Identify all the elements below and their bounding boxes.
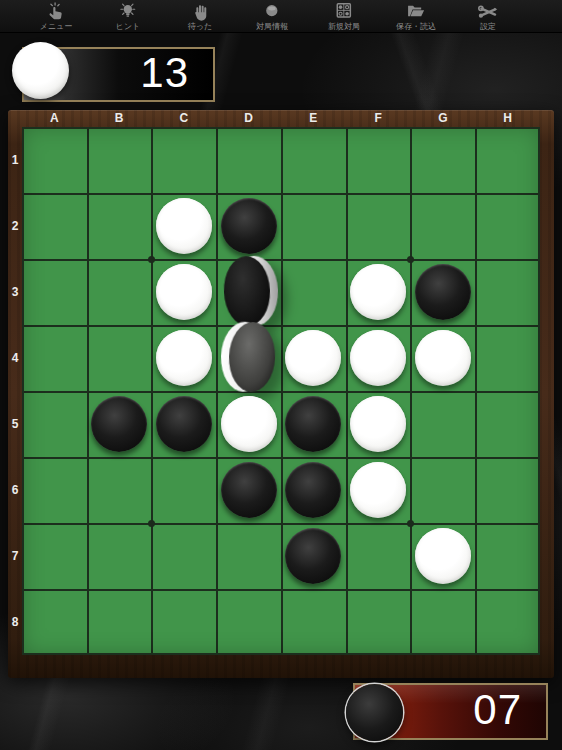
cell-B7[interactable] [87, 523, 152, 589]
cell-B6[interactable] [87, 457, 152, 523]
column-label-E: E [281, 111, 346, 125]
board-column-labels: ABCDEFGH [8, 110, 554, 127]
board-frame: ABCDEFGH 12345678 [8, 110, 554, 678]
row-label-6: 6 [8, 457, 22, 523]
cell-E6[interactable] [281, 457, 346, 523]
toolbar-button-new-game[interactable]: 新規対局 [308, 0, 380, 33]
black-score-panel: 07 [353, 683, 548, 740]
cell-A6[interactable] [22, 457, 87, 523]
mini-board-icon [332, 2, 356, 22]
cell-B4[interactable] [87, 325, 152, 391]
cell-H2[interactable] [475, 193, 540, 259]
toolbar-label-settings: 設定 [480, 22, 496, 31]
toolbar-label-new-game: 新規対局 [328, 22, 360, 31]
cell-A8[interactable] [22, 589, 87, 655]
toolbar-button-hint[interactable]: ヒント [92, 0, 164, 33]
cell-F4[interactable] [346, 325, 411, 391]
cell-A2[interactable] [22, 193, 87, 259]
column-label-A: A [22, 111, 87, 125]
column-label-F: F [346, 111, 411, 125]
toolbar-label-hint: ヒント [116, 22, 141, 31]
cell-E5[interactable] [281, 391, 346, 457]
cell-B8[interactable] [87, 589, 152, 655]
toolbar-button-menu[interactable]: メニュー [20, 0, 92, 33]
cell-A4[interactable] [22, 325, 87, 391]
cell-B3[interactable] [87, 259, 152, 325]
white-score-panel: 13 [22, 47, 215, 102]
cell-H3[interactable] [475, 259, 540, 325]
cell-A1[interactable] [22, 127, 87, 193]
cell-A5[interactable] [22, 391, 87, 457]
toolbar-label-game-info: 対局情報 [256, 22, 288, 31]
cell-F2[interactable] [346, 193, 411, 259]
toolbar-button-undo[interactable]: 待った [164, 0, 236, 33]
cell-F3[interactable] [346, 259, 411, 325]
cell-E1[interactable] [281, 127, 346, 193]
cell-E7[interactable] [281, 523, 346, 589]
cell-C3[interactable] [152, 259, 217, 325]
cell-C2[interactable] [152, 193, 217, 259]
toolbar-label-undo: 待った [188, 22, 212, 31]
cell-D8[interactable] [216, 589, 281, 655]
cell-F1[interactable] [346, 127, 411, 193]
board [22, 127, 540, 655]
black-score: 07 [473, 686, 522, 734]
cell-F8[interactable] [346, 589, 411, 655]
cell-D6[interactable] [216, 457, 281, 523]
board-cells [22, 127, 540, 655]
cell-D1[interactable] [216, 127, 281, 193]
cell-B5[interactable] [87, 391, 152, 457]
row-label-3: 3 [8, 259, 22, 325]
cell-E4[interactable] [281, 325, 346, 391]
board-row-labels: 12345678 [8, 110, 22, 678]
toolbar-button-settings[interactable]: 設定 [452, 0, 524, 33]
cell-A3[interactable] [22, 259, 87, 325]
cell-G1[interactable] [411, 127, 476, 193]
column-label-H: H [475, 111, 540, 125]
toolbar: メニュー ヒント 待った 対局情報 [0, 0, 562, 33]
lightbulb-icon [116, 2, 140, 22]
cell-C7[interactable] [152, 523, 217, 589]
cell-G5[interactable] [411, 391, 476, 457]
row-label-7: 7 [8, 523, 22, 589]
cell-C8[interactable] [152, 589, 217, 655]
white-player-disc [12, 42, 69, 99]
cell-G3[interactable] [411, 259, 476, 325]
cell-D7[interactable] [216, 523, 281, 589]
white-score: 13 [140, 49, 189, 97]
cell-G6[interactable] [411, 457, 476, 523]
cell-E2[interactable] [281, 193, 346, 259]
cell-E8[interactable] [281, 589, 346, 655]
toolbar-button-game-info[interactable]: 対局情報 [236, 0, 308, 33]
app-screen: メニュー ヒント 待った 対局情報 [0, 0, 562, 750]
column-label-G: G [411, 111, 476, 125]
row-label-4: 4 [8, 325, 22, 391]
disc-icon [260, 2, 284, 22]
cell-A7[interactable] [22, 523, 87, 589]
column-label-C: C [152, 111, 217, 125]
cell-H6[interactable] [475, 457, 540, 523]
cell-B1[interactable] [87, 127, 152, 193]
raised-hand-icon [188, 2, 212, 22]
cell-D4[interactable] [216, 325, 281, 391]
cell-H5[interactable] [475, 391, 540, 457]
open-folder-icon [404, 2, 428, 22]
column-label-B: B [87, 111, 152, 125]
cell-C4[interactable] [152, 325, 217, 391]
cell-H4[interactable] [475, 325, 540, 391]
cell-H7[interactable] [475, 523, 540, 589]
toolbar-label-menu: メニュー [40, 22, 73, 31]
row-label-2: 2 [8, 193, 22, 259]
cell-G8[interactable] [411, 589, 476, 655]
cell-F6[interactable] [346, 457, 411, 523]
cell-C6[interactable] [152, 457, 217, 523]
cell-G7[interactable] [411, 523, 476, 589]
cell-D5[interactable] [216, 391, 281, 457]
row-label-1: 1 [8, 127, 22, 193]
cell-H8[interactable] [475, 589, 540, 655]
cell-F5[interactable] [346, 391, 411, 457]
cell-E3[interactable] [281, 259, 346, 325]
row-label-5: 5 [8, 391, 22, 457]
cell-C1[interactable] [152, 127, 217, 193]
cell-D2[interactable] [216, 193, 281, 259]
tools-icon [476, 2, 500, 22]
cell-G4[interactable] [411, 325, 476, 391]
cell-G2[interactable] [411, 193, 476, 259]
row-label-8: 8 [8, 589, 22, 655]
cell-H1[interactable] [475, 127, 540, 193]
cell-B2[interactable] [87, 193, 152, 259]
toolbar-button-save-load[interactable]: 保存・読込 [380, 0, 452, 33]
toolbar-label-save-load: 保存・読込 [396, 22, 436, 31]
cell-D3[interactable] [216, 259, 281, 325]
column-label-D: D [216, 111, 281, 125]
black-player-disc [346, 684, 403, 741]
cell-F7[interactable] [346, 523, 411, 589]
cell-C5[interactable] [152, 391, 217, 457]
tap-hand-icon [44, 2, 68, 22]
